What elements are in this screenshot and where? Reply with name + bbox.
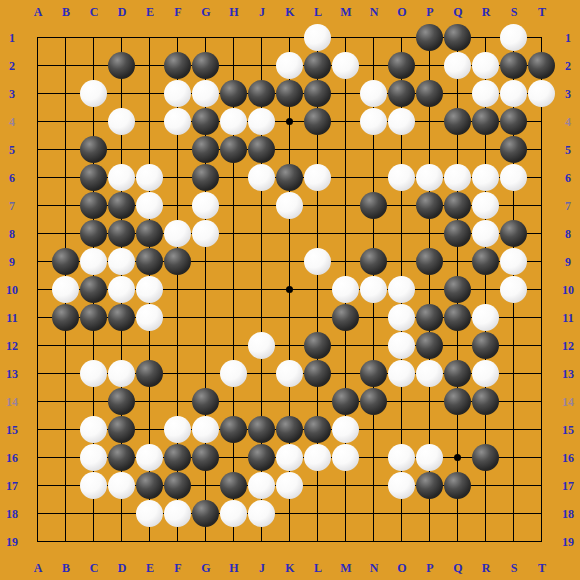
intersection-L3[interactable] <box>304 80 332 108</box>
intersection-O15[interactable] <box>388 416 416 444</box>
intersection-A17[interactable] <box>24 472 52 500</box>
intersection-L5[interactable] <box>304 136 332 164</box>
intersection-B3[interactable] <box>52 80 80 108</box>
intersection-E9[interactable] <box>136 248 164 276</box>
intersection-T6[interactable] <box>528 164 556 192</box>
intersection-F13[interactable] <box>164 360 192 388</box>
intersection-Q10[interactable] <box>444 276 472 304</box>
intersection-A6[interactable] <box>24 164 52 192</box>
intersection-A13[interactable] <box>24 360 52 388</box>
intersection-M6[interactable] <box>332 164 360 192</box>
intersection-Q14[interactable] <box>444 388 472 416</box>
intersection-L14[interactable] <box>304 388 332 416</box>
intersection-E17[interactable] <box>136 472 164 500</box>
intersection-M12[interactable] <box>332 332 360 360</box>
intersection-A4[interactable] <box>24 108 52 136</box>
intersection-B13[interactable] <box>52 360 80 388</box>
intersection-T8[interactable] <box>528 220 556 248</box>
intersection-F10[interactable] <box>164 276 192 304</box>
intersection-D7[interactable] <box>108 192 136 220</box>
intersection-E2[interactable] <box>136 52 164 80</box>
intersection-G4[interactable] <box>192 108 220 136</box>
intersection-A9[interactable] <box>24 248 52 276</box>
intersection-S16[interactable] <box>500 444 528 472</box>
intersection-B2[interactable] <box>52 52 80 80</box>
intersection-T18[interactable] <box>528 500 556 528</box>
intersection-R11[interactable] <box>472 304 500 332</box>
intersection-N19[interactable] <box>360 528 388 556</box>
intersection-D13[interactable] <box>108 360 136 388</box>
intersection-R7[interactable] <box>472 192 500 220</box>
intersection-P19[interactable] <box>416 528 444 556</box>
intersection-F16[interactable] <box>164 444 192 472</box>
intersection-R15[interactable] <box>472 416 500 444</box>
intersection-M1[interactable] <box>332 24 360 52</box>
intersection-K14[interactable] <box>276 388 304 416</box>
intersection-S14[interactable] <box>500 388 528 416</box>
intersection-B7[interactable] <box>52 192 80 220</box>
intersection-T17[interactable] <box>528 472 556 500</box>
intersection-S17[interactable] <box>500 472 528 500</box>
intersection-B10[interactable] <box>52 276 80 304</box>
intersection-T10[interactable] <box>528 276 556 304</box>
intersection-B4[interactable] <box>52 108 80 136</box>
intersection-T3[interactable] <box>528 80 556 108</box>
intersection-N3[interactable] <box>360 80 388 108</box>
intersection-P15[interactable] <box>416 416 444 444</box>
intersection-F17[interactable] <box>164 472 192 500</box>
intersection-K8[interactable] <box>276 220 304 248</box>
intersection-H6[interactable] <box>220 164 248 192</box>
intersection-S8[interactable] <box>500 220 528 248</box>
intersection-Q11[interactable] <box>444 304 472 332</box>
intersection-E19[interactable] <box>136 528 164 556</box>
intersection-S3[interactable] <box>500 80 528 108</box>
intersection-J4[interactable] <box>248 108 276 136</box>
intersection-Q9[interactable] <box>444 248 472 276</box>
intersection-B19[interactable] <box>52 528 80 556</box>
intersection-C8[interactable] <box>80 220 108 248</box>
intersection-Q5[interactable] <box>444 136 472 164</box>
intersection-Q12[interactable] <box>444 332 472 360</box>
intersection-R3[interactable] <box>472 80 500 108</box>
intersection-S6[interactable] <box>500 164 528 192</box>
intersection-D19[interactable] <box>108 528 136 556</box>
intersection-S7[interactable] <box>500 192 528 220</box>
intersection-H5[interactable] <box>220 136 248 164</box>
intersection-J1[interactable] <box>248 24 276 52</box>
intersection-P9[interactable] <box>416 248 444 276</box>
intersection-C18[interactable] <box>80 500 108 528</box>
intersection-G9[interactable] <box>192 248 220 276</box>
intersection-N14[interactable] <box>360 388 388 416</box>
intersection-C2[interactable] <box>80 52 108 80</box>
intersection-D18[interactable] <box>108 500 136 528</box>
intersection-K12[interactable] <box>276 332 304 360</box>
intersection-E4[interactable] <box>136 108 164 136</box>
intersection-B5[interactable] <box>52 136 80 164</box>
intersection-C7[interactable] <box>80 192 108 220</box>
intersection-Q16[interactable] <box>444 444 472 472</box>
intersection-M13[interactable] <box>332 360 360 388</box>
intersection-O1[interactable] <box>388 24 416 52</box>
intersection-R10[interactable] <box>472 276 500 304</box>
intersection-C19[interactable] <box>80 528 108 556</box>
intersection-S13[interactable] <box>500 360 528 388</box>
intersection-G11[interactable] <box>192 304 220 332</box>
intersection-P4[interactable] <box>416 108 444 136</box>
intersection-T19[interactable] <box>528 528 556 556</box>
intersection-M4[interactable] <box>332 108 360 136</box>
intersection-L9[interactable] <box>304 248 332 276</box>
intersection-F14[interactable] <box>164 388 192 416</box>
intersection-J8[interactable] <box>248 220 276 248</box>
intersection-T11[interactable] <box>528 304 556 332</box>
intersection-J14[interactable] <box>248 388 276 416</box>
intersection-H18[interactable] <box>220 500 248 528</box>
intersection-G12[interactable] <box>192 332 220 360</box>
intersection-N11[interactable] <box>360 304 388 332</box>
intersection-S5[interactable] <box>500 136 528 164</box>
intersection-P17[interactable] <box>416 472 444 500</box>
intersection-F11[interactable] <box>164 304 192 332</box>
intersection-H3[interactable] <box>220 80 248 108</box>
intersection-T14[interactable] <box>528 388 556 416</box>
intersection-C12[interactable] <box>80 332 108 360</box>
intersection-A2[interactable] <box>24 52 52 80</box>
intersection-T13[interactable] <box>528 360 556 388</box>
intersection-Q13[interactable] <box>444 360 472 388</box>
intersection-J18[interactable] <box>248 500 276 528</box>
intersection-H14[interactable] <box>220 388 248 416</box>
intersection-A7[interactable] <box>24 192 52 220</box>
intersection-E12[interactable] <box>136 332 164 360</box>
intersection-F8[interactable] <box>164 220 192 248</box>
intersection-K13[interactable] <box>276 360 304 388</box>
intersection-K18[interactable] <box>276 500 304 528</box>
intersection-E11[interactable] <box>136 304 164 332</box>
intersection-K3[interactable] <box>276 80 304 108</box>
intersection-P13[interactable] <box>416 360 444 388</box>
intersection-A14[interactable] <box>24 388 52 416</box>
intersection-F2[interactable] <box>164 52 192 80</box>
intersection-G16[interactable] <box>192 444 220 472</box>
intersection-H9[interactable] <box>220 248 248 276</box>
intersection-L8[interactable] <box>304 220 332 248</box>
intersection-L11[interactable] <box>304 304 332 332</box>
intersection-Q18[interactable] <box>444 500 472 528</box>
intersection-P3[interactable] <box>416 80 444 108</box>
intersection-S2[interactable] <box>500 52 528 80</box>
intersection-C10[interactable] <box>80 276 108 304</box>
intersection-M9[interactable] <box>332 248 360 276</box>
intersection-D5[interactable] <box>108 136 136 164</box>
intersection-O17[interactable] <box>388 472 416 500</box>
intersection-S12[interactable] <box>500 332 528 360</box>
intersection-F12[interactable] <box>164 332 192 360</box>
intersection-E13[interactable] <box>136 360 164 388</box>
intersection-R19[interactable] <box>472 528 500 556</box>
intersection-L4[interactable] <box>304 108 332 136</box>
intersection-Q19[interactable] <box>444 528 472 556</box>
intersection-G6[interactable] <box>192 164 220 192</box>
intersection-R14[interactable] <box>472 388 500 416</box>
intersection-M5[interactable] <box>332 136 360 164</box>
intersection-R4[interactable] <box>472 108 500 136</box>
intersection-N18[interactable] <box>360 500 388 528</box>
intersection-J13[interactable] <box>248 360 276 388</box>
intersection-O8[interactable] <box>388 220 416 248</box>
intersection-E18[interactable] <box>136 500 164 528</box>
intersection-C9[interactable] <box>80 248 108 276</box>
intersection-C17[interactable] <box>80 472 108 500</box>
intersection-D14[interactable] <box>108 388 136 416</box>
intersection-T12[interactable] <box>528 332 556 360</box>
intersection-D9[interactable] <box>108 248 136 276</box>
intersection-H13[interactable] <box>220 360 248 388</box>
intersection-E6[interactable] <box>136 164 164 192</box>
intersection-E14[interactable] <box>136 388 164 416</box>
intersection-P18[interactable] <box>416 500 444 528</box>
intersection-C13[interactable] <box>80 360 108 388</box>
intersection-H17[interactable] <box>220 472 248 500</box>
intersection-F5[interactable] <box>164 136 192 164</box>
intersection-E16[interactable] <box>136 444 164 472</box>
intersection-O18[interactable] <box>388 500 416 528</box>
intersection-B12[interactable] <box>52 332 80 360</box>
intersection-A5[interactable] <box>24 136 52 164</box>
intersection-G7[interactable] <box>192 192 220 220</box>
intersection-A8[interactable] <box>24 220 52 248</box>
intersection-C6[interactable] <box>80 164 108 192</box>
intersection-H2[interactable] <box>220 52 248 80</box>
intersection-R9[interactable] <box>472 248 500 276</box>
intersection-P16[interactable] <box>416 444 444 472</box>
intersection-J6[interactable] <box>248 164 276 192</box>
intersection-D16[interactable] <box>108 444 136 472</box>
intersection-B11[interactable] <box>52 304 80 332</box>
intersection-R8[interactable] <box>472 220 500 248</box>
intersection-R18[interactable] <box>472 500 500 528</box>
intersection-R17[interactable] <box>472 472 500 500</box>
intersection-B16[interactable] <box>52 444 80 472</box>
intersection-S19[interactable] <box>500 528 528 556</box>
intersection-D15[interactable] <box>108 416 136 444</box>
intersection-K19[interactable] <box>276 528 304 556</box>
intersection-G5[interactable] <box>192 136 220 164</box>
intersection-T16[interactable] <box>528 444 556 472</box>
intersection-M11[interactable] <box>332 304 360 332</box>
intersection-E3[interactable] <box>136 80 164 108</box>
intersection-K4[interactable] <box>276 108 304 136</box>
intersection-L12[interactable] <box>304 332 332 360</box>
intersection-A15[interactable] <box>24 416 52 444</box>
intersection-Q3[interactable] <box>444 80 472 108</box>
intersection-D12[interactable] <box>108 332 136 360</box>
intersection-B14[interactable] <box>52 388 80 416</box>
intersection-F18[interactable] <box>164 500 192 528</box>
intersection-S15[interactable] <box>500 416 528 444</box>
intersection-J3[interactable] <box>248 80 276 108</box>
intersection-K17[interactable] <box>276 472 304 500</box>
intersection-K2[interactable] <box>276 52 304 80</box>
intersection-P2[interactable] <box>416 52 444 80</box>
intersection-O16[interactable] <box>388 444 416 472</box>
intersection-S1[interactable] <box>500 24 528 52</box>
intersection-M2[interactable] <box>332 52 360 80</box>
intersection-D10[interactable] <box>108 276 136 304</box>
intersection-C15[interactable] <box>80 416 108 444</box>
intersection-Q8[interactable] <box>444 220 472 248</box>
intersection-H4[interactable] <box>220 108 248 136</box>
intersection-O5[interactable] <box>388 136 416 164</box>
intersection-D2[interactable] <box>108 52 136 80</box>
intersection-L7[interactable] <box>304 192 332 220</box>
intersection-C14[interactable] <box>80 388 108 416</box>
intersection-R2[interactable] <box>472 52 500 80</box>
intersection-O2[interactable] <box>388 52 416 80</box>
intersection-E5[interactable] <box>136 136 164 164</box>
intersection-N9[interactable] <box>360 248 388 276</box>
intersection-N6[interactable] <box>360 164 388 192</box>
intersection-K10[interactable] <box>276 276 304 304</box>
intersection-O12[interactable] <box>388 332 416 360</box>
intersection-Q15[interactable] <box>444 416 472 444</box>
intersection-B9[interactable] <box>52 248 80 276</box>
intersection-E7[interactable] <box>136 192 164 220</box>
intersection-H19[interactable] <box>220 528 248 556</box>
intersection-J19[interactable] <box>248 528 276 556</box>
intersection-P10[interactable] <box>416 276 444 304</box>
intersection-T9[interactable] <box>528 248 556 276</box>
intersection-N2[interactable] <box>360 52 388 80</box>
intersection-O14[interactable] <box>388 388 416 416</box>
intersection-F4[interactable] <box>164 108 192 136</box>
intersection-A18[interactable] <box>24 500 52 528</box>
intersection-B6[interactable] <box>52 164 80 192</box>
intersection-F1[interactable] <box>164 24 192 52</box>
intersection-K9[interactable] <box>276 248 304 276</box>
intersection-B1[interactable] <box>52 24 80 52</box>
intersection-M14[interactable] <box>332 388 360 416</box>
intersection-Q17[interactable] <box>444 472 472 500</box>
intersection-A11[interactable] <box>24 304 52 332</box>
intersection-G2[interactable] <box>192 52 220 80</box>
intersection-P14[interactable] <box>416 388 444 416</box>
intersection-K16[interactable] <box>276 444 304 472</box>
intersection-N4[interactable] <box>360 108 388 136</box>
intersection-J10[interactable] <box>248 276 276 304</box>
intersection-L2[interactable] <box>304 52 332 80</box>
intersection-P6[interactable] <box>416 164 444 192</box>
intersection-E10[interactable] <box>136 276 164 304</box>
intersection-M19[interactable] <box>332 528 360 556</box>
intersection-S18[interactable] <box>500 500 528 528</box>
intersection-H15[interactable] <box>220 416 248 444</box>
intersection-O9[interactable] <box>388 248 416 276</box>
intersection-S9[interactable] <box>500 248 528 276</box>
intersection-J5[interactable] <box>248 136 276 164</box>
intersection-A19[interactable] <box>24 528 52 556</box>
intersection-C4[interactable] <box>80 108 108 136</box>
intersection-M15[interactable] <box>332 416 360 444</box>
intersection-B17[interactable] <box>52 472 80 500</box>
intersection-A10[interactable] <box>24 276 52 304</box>
intersection-N7[interactable] <box>360 192 388 220</box>
intersection-H1[interactable] <box>220 24 248 52</box>
intersection-E1[interactable] <box>136 24 164 52</box>
intersection-D6[interactable] <box>108 164 136 192</box>
intersection-T15[interactable] <box>528 416 556 444</box>
intersection-M17[interactable] <box>332 472 360 500</box>
intersection-L16[interactable] <box>304 444 332 472</box>
intersection-Q7[interactable] <box>444 192 472 220</box>
intersection-J17[interactable] <box>248 472 276 500</box>
intersection-T2[interactable] <box>528 52 556 80</box>
intersection-N10[interactable] <box>360 276 388 304</box>
intersection-P7[interactable] <box>416 192 444 220</box>
intersection-C3[interactable] <box>80 80 108 108</box>
intersection-G8[interactable] <box>192 220 220 248</box>
intersection-E15[interactable] <box>136 416 164 444</box>
intersection-P11[interactable] <box>416 304 444 332</box>
intersection-K15[interactable] <box>276 416 304 444</box>
intersection-B8[interactable] <box>52 220 80 248</box>
intersection-M18[interactable] <box>332 500 360 528</box>
intersection-J12[interactable] <box>248 332 276 360</box>
intersection-R12[interactable] <box>472 332 500 360</box>
intersection-S10[interactable] <box>500 276 528 304</box>
intersection-K11[interactable] <box>276 304 304 332</box>
intersection-B15[interactable] <box>52 416 80 444</box>
intersection-R13[interactable] <box>472 360 500 388</box>
intersection-G1[interactable] <box>192 24 220 52</box>
intersection-Q1[interactable] <box>444 24 472 52</box>
intersection-N15[interactable] <box>360 416 388 444</box>
intersection-J9[interactable] <box>248 248 276 276</box>
intersection-L17[interactable] <box>304 472 332 500</box>
intersection-R1[interactable] <box>472 24 500 52</box>
intersection-H8[interactable] <box>220 220 248 248</box>
intersection-O3[interactable] <box>388 80 416 108</box>
intersection-F19[interactable] <box>164 528 192 556</box>
intersection-D8[interactable] <box>108 220 136 248</box>
intersection-G19[interactable] <box>192 528 220 556</box>
intersection-C11[interactable] <box>80 304 108 332</box>
intersection-B18[interactable] <box>52 500 80 528</box>
intersection-G3[interactable] <box>192 80 220 108</box>
intersection-J15[interactable] <box>248 416 276 444</box>
intersection-N5[interactable] <box>360 136 388 164</box>
intersection-T5[interactable] <box>528 136 556 164</box>
intersection-R5[interactable] <box>472 136 500 164</box>
intersection-O4[interactable] <box>388 108 416 136</box>
intersection-T1[interactable] <box>528 24 556 52</box>
intersection-C5[interactable] <box>80 136 108 164</box>
intersection-E8[interactable] <box>136 220 164 248</box>
intersection-K6[interactable] <box>276 164 304 192</box>
intersection-C1[interactable] <box>80 24 108 52</box>
intersection-J2[interactable] <box>248 52 276 80</box>
intersection-N13[interactable] <box>360 360 388 388</box>
intersection-D3[interactable] <box>108 80 136 108</box>
intersection-G13[interactable] <box>192 360 220 388</box>
intersection-H11[interactable] <box>220 304 248 332</box>
intersection-M16[interactable] <box>332 444 360 472</box>
intersection-M3[interactable] <box>332 80 360 108</box>
intersection-L19[interactable] <box>304 528 332 556</box>
intersection-L13[interactable] <box>304 360 332 388</box>
